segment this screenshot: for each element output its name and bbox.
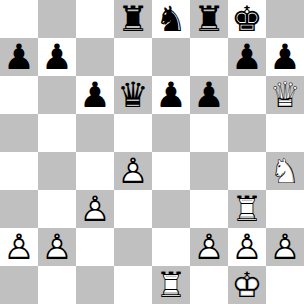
- square-g8[interactable]: ♚: [228, 0, 266, 38]
- square-d1[interactable]: [114, 266, 152, 304]
- black-rook: ♜: [114, 0, 152, 38]
- square-f6[interactable]: ♟: [190, 76, 228, 114]
- square-h8[interactable]: [266, 0, 304, 38]
- square-a5[interactable]: [0, 114, 38, 152]
- square-h6[interactable]: ♛♕: [266, 76, 304, 114]
- square-a4[interactable]: [0, 152, 38, 190]
- square-c2[interactable]: [76, 228, 114, 266]
- square-c8[interactable]: [76, 0, 114, 38]
- piece-outline: ♘: [266, 152, 304, 190]
- square-f5[interactable]: [190, 114, 228, 152]
- piece-outline: ♙: [76, 190, 114, 228]
- black-pawn: ♟: [190, 76, 228, 114]
- piece-fill: ♟: [190, 228, 228, 266]
- square-a2[interactable]: ♟♙: [0, 228, 38, 266]
- square-h5[interactable]: [266, 114, 304, 152]
- square-d6[interactable]: ♛: [114, 76, 152, 114]
- chess-board: ♜ ♞ ♜ ♚ ♟ ♟ ♟ ♟ ♟ ♛ ♟ ♟ ♛♕ ♟♙ ♞♘ ♟♙ ♜♖ ♟…: [0, 0, 304, 304]
- white-pawn: ♟♙: [38, 228, 76, 266]
- square-d5[interactable]: [114, 114, 152, 152]
- black-pawn: ♟: [228, 38, 266, 76]
- piece-fill: ♚: [228, 266, 266, 304]
- piece-outline: ♙: [228, 228, 266, 266]
- black-knight: ♞: [152, 0, 190, 38]
- square-c4[interactable]: [76, 152, 114, 190]
- piece-fill: ♛: [266, 76, 304, 114]
- square-b8[interactable]: [38, 0, 76, 38]
- square-d4[interactable]: ♟♙: [114, 152, 152, 190]
- square-c5[interactable]: [76, 114, 114, 152]
- white-pawn: ♟♙: [76, 190, 114, 228]
- square-d3[interactable]: [114, 190, 152, 228]
- piece-outline: ♙: [114, 152, 152, 190]
- square-b4[interactable]: [38, 152, 76, 190]
- piece-fill: ♜: [152, 266, 190, 304]
- black-pawn: ♟: [266, 38, 304, 76]
- white-pawn: ♟♙: [228, 228, 266, 266]
- square-f8[interactable]: ♜: [190, 0, 228, 38]
- square-g1[interactable]: ♚♔: [228, 266, 266, 304]
- piece-fill: ♟: [38, 228, 76, 266]
- square-g2[interactable]: ♟♙: [228, 228, 266, 266]
- square-a3[interactable]: [0, 190, 38, 228]
- black-king: ♚: [228, 0, 266, 38]
- black-pawn: ♟: [152, 76, 190, 114]
- square-d7[interactable]: [114, 38, 152, 76]
- square-e5[interactable]: [152, 114, 190, 152]
- white-pawn: ♟♙: [114, 152, 152, 190]
- square-a6[interactable]: [0, 76, 38, 114]
- square-h3[interactable]: [266, 190, 304, 228]
- black-pawn: ♟: [0, 38, 38, 76]
- white-rook: ♜♖: [152, 266, 190, 304]
- square-g3[interactable]: ♜♖: [228, 190, 266, 228]
- piece-outline: ♕: [266, 76, 304, 114]
- square-a1[interactable]: [0, 266, 38, 304]
- white-king: ♚♔: [228, 266, 266, 304]
- square-f4[interactable]: [190, 152, 228, 190]
- white-pawn: ♟♙: [266, 228, 304, 266]
- piece-outline: ♙: [38, 228, 76, 266]
- square-h4[interactable]: ♞♘: [266, 152, 304, 190]
- piece-outline: ♙: [0, 228, 38, 266]
- square-d8[interactable]: ♜: [114, 0, 152, 38]
- square-e3[interactable]: [152, 190, 190, 228]
- piece-outline: ♙: [266, 228, 304, 266]
- square-g5[interactable]: [228, 114, 266, 152]
- black-pawn: ♟: [76, 76, 114, 114]
- square-e1[interactable]: ♜♖: [152, 266, 190, 304]
- square-e4[interactable]: [152, 152, 190, 190]
- white-queen: ♛♕: [266, 76, 304, 114]
- square-c3[interactable]: ♟♙: [76, 190, 114, 228]
- square-b5[interactable]: [38, 114, 76, 152]
- piece-outline: ♖: [228, 190, 266, 228]
- square-e7[interactable]: [152, 38, 190, 76]
- square-e6[interactable]: ♟: [152, 76, 190, 114]
- square-g7[interactable]: ♟: [228, 38, 266, 76]
- white-knight: ♞♘: [266, 152, 304, 190]
- white-rook: ♜♖: [228, 190, 266, 228]
- black-pawn: ♟: [38, 38, 76, 76]
- square-e8[interactable]: ♞: [152, 0, 190, 38]
- square-h7[interactable]: ♟: [266, 38, 304, 76]
- square-c6[interactable]: ♟: [76, 76, 114, 114]
- square-d2[interactable]: [114, 228, 152, 266]
- square-g4[interactable]: [228, 152, 266, 190]
- piece-fill: ♜: [228, 190, 266, 228]
- square-f2[interactable]: ♟♙: [190, 228, 228, 266]
- piece-fill: ♟: [228, 228, 266, 266]
- black-queen: ♛: [114, 76, 152, 114]
- square-b7[interactable]: ♟: [38, 38, 76, 76]
- square-h2[interactable]: ♟♙: [266, 228, 304, 266]
- piece-outline: ♙: [190, 228, 228, 266]
- square-b1[interactable]: [38, 266, 76, 304]
- piece-outline: ♔: [228, 266, 266, 304]
- square-f3[interactable]: [190, 190, 228, 228]
- black-rook: ♜: [190, 0, 228, 38]
- piece-outline: ♖: [152, 266, 190, 304]
- square-f7[interactable]: [190, 38, 228, 76]
- square-f1[interactable]: [190, 266, 228, 304]
- piece-fill: ♟: [76, 190, 114, 228]
- piece-fill: ♟: [0, 228, 38, 266]
- square-e2[interactable]: [152, 228, 190, 266]
- white-pawn: ♟♙: [190, 228, 228, 266]
- white-pawn: ♟♙: [0, 228, 38, 266]
- square-c7[interactable]: [76, 38, 114, 76]
- square-b2[interactable]: ♟♙: [38, 228, 76, 266]
- square-b3[interactable]: [38, 190, 76, 228]
- piece-fill: ♞: [266, 152, 304, 190]
- piece-fill: ♟: [114, 152, 152, 190]
- square-a8[interactable]: [0, 0, 38, 38]
- square-a7[interactable]: ♟: [0, 38, 38, 76]
- square-h1[interactable]: [266, 266, 304, 304]
- square-b6[interactable]: [38, 76, 76, 114]
- square-g6[interactable]: [228, 76, 266, 114]
- square-c1[interactable]: [76, 266, 114, 304]
- piece-fill: ♟: [266, 228, 304, 266]
